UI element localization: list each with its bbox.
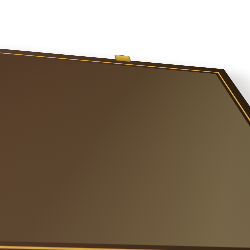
brass-hinge-icon — [114, 55, 131, 62]
product-photo — [0, 0, 250, 250]
folding-board-box — [0, 47, 250, 250]
box-top — [0, 47, 250, 250]
checkerboard — [0, 54, 250, 250]
